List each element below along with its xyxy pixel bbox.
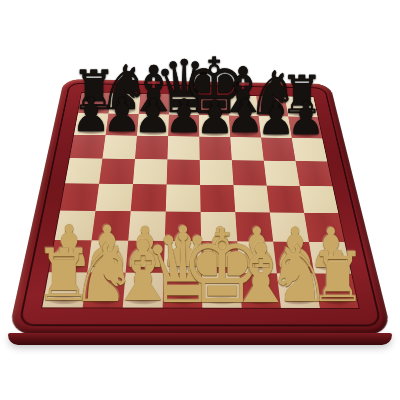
square-b5[interactable] — [99, 159, 135, 185]
square-c5[interactable] — [133, 159, 167, 184]
square-g4[interactable] — [267, 186, 304, 213]
square-h5[interactable] — [296, 161, 333, 186]
square-e5[interactable] — [200, 160, 234, 185]
piece-white-rook[interactable]: ♜ — [309, 243, 366, 312]
square-a5[interactable] — [65, 158, 102, 184]
square-b4[interactable] — [95, 184, 132, 212]
square-g5[interactable] — [264, 161, 300, 186]
square-h4[interactable] — [300, 186, 339, 213]
board-front-edge — [8, 333, 392, 345]
square-a4[interactable] — [60, 183, 99, 211]
square-f5[interactable] — [232, 160, 267, 185]
piece-black-pawn[interactable]: ♟ — [287, 96, 324, 141]
square-c4[interactable] — [131, 184, 167, 211]
square-d5[interactable] — [167, 159, 201, 184]
chess-set-photo: ♜♞♝♛♚♝♞♜♟♟♟♟♟♟♟♟♟♟♟♟♟♟♟♟♜♞♝♛♚♝♞♜ — [0, 0, 400, 400]
